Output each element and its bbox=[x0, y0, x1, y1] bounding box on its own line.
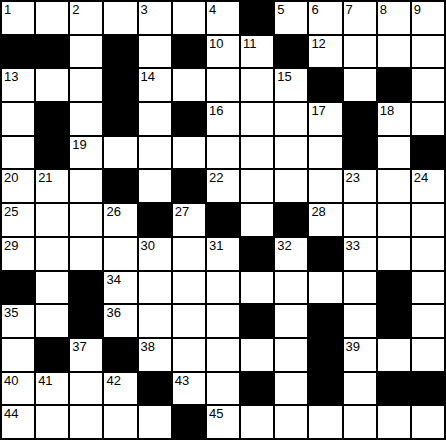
letter-cell[interactable]: 33 bbox=[344, 238, 376, 270]
letter-cell[interactable] bbox=[70, 204, 102, 236]
blocked-cell bbox=[2, 272, 34, 304]
letter-cell[interactable] bbox=[309, 170, 341, 202]
blocked-cell bbox=[207, 204, 239, 236]
letter-cell[interactable] bbox=[2, 339, 34, 371]
letter-cell[interactable] bbox=[139, 103, 171, 135]
clue-number: 18 bbox=[380, 104, 394, 117]
letter-cell[interactable] bbox=[36, 2, 68, 34]
letter-cell[interactable] bbox=[70, 103, 102, 135]
letter-cell[interactable] bbox=[70, 69, 102, 101]
crossword-board: 1234567891011121314151617181920212223242… bbox=[0, 0, 446, 440]
letter-cell[interactable]: 6 bbox=[309, 2, 341, 34]
letter-cell[interactable]: 14 bbox=[139, 69, 171, 101]
letter-cell[interactable] bbox=[241, 204, 273, 236]
letter-cell[interactable] bbox=[139, 272, 171, 304]
clue-number: 16 bbox=[209, 104, 223, 117]
letter-cell[interactable]: 1 bbox=[2, 2, 34, 34]
letter-cell[interactable]: 29 bbox=[2, 238, 34, 270]
letter-cell[interactable] bbox=[412, 204, 444, 236]
letter-cell[interactable] bbox=[412, 238, 444, 270]
letter-cell[interactable] bbox=[241, 339, 273, 371]
letter-cell[interactable] bbox=[241, 69, 273, 101]
clue-number: 5 bbox=[277, 3, 284, 16]
blocked-cell bbox=[309, 339, 341, 371]
clue-number: 29 bbox=[4, 239, 18, 252]
clue-number: 28 bbox=[311, 205, 325, 218]
blocked-cell bbox=[139, 204, 171, 236]
letter-cell[interactable] bbox=[70, 36, 102, 68]
letter-cell[interactable] bbox=[378, 339, 410, 371]
blocked-cell bbox=[378, 272, 410, 304]
blocked-cell bbox=[70, 272, 102, 304]
letter-cell[interactable] bbox=[344, 305, 376, 337]
letter-cell[interactable]: 9 bbox=[412, 2, 444, 34]
blocked-cell bbox=[36, 103, 68, 135]
clue-number: 33 bbox=[346, 239, 360, 252]
letter-cell[interactable]: 27 bbox=[173, 204, 205, 236]
letter-cell[interactable] bbox=[173, 2, 205, 34]
clue-number: 34 bbox=[106, 273, 120, 286]
letter-cell[interactable] bbox=[70, 373, 102, 405]
clue-number: 23 bbox=[346, 171, 360, 184]
blocked-cell bbox=[344, 137, 376, 169]
letter-cell[interactable] bbox=[378, 137, 410, 169]
letter-cell[interactable] bbox=[139, 406, 171, 438]
letter-cell[interactable] bbox=[412, 69, 444, 101]
letter-cell[interactable]: 7 bbox=[344, 2, 376, 34]
blocked-cell bbox=[36, 137, 68, 169]
blocked-cell bbox=[241, 2, 273, 34]
letter-cell[interactable] bbox=[344, 272, 376, 304]
letter-cell[interactable]: 10 bbox=[207, 36, 239, 68]
blocked-cell bbox=[104, 170, 136, 202]
blocked-cell bbox=[309, 69, 341, 101]
letter-cell[interactable] bbox=[70, 170, 102, 202]
clue-number: 39 bbox=[346, 340, 360, 353]
clue-number: 9 bbox=[414, 3, 421, 16]
letter-cell[interactable] bbox=[173, 305, 205, 337]
letter-cell[interactable]: 42 bbox=[104, 373, 136, 405]
blocked-cell bbox=[309, 373, 341, 405]
blocked-cell bbox=[275, 36, 307, 68]
blocked-cell bbox=[378, 373, 410, 405]
letter-cell[interactable] bbox=[36, 406, 68, 438]
letter-cell[interactable] bbox=[70, 238, 102, 270]
clue-number: 21 bbox=[38, 171, 52, 184]
clue-number: 44 bbox=[4, 407, 18, 420]
letter-cell[interactable] bbox=[139, 170, 171, 202]
letter-cell[interactable]: 26 bbox=[104, 204, 136, 236]
letter-cell[interactable] bbox=[378, 170, 410, 202]
letter-cell[interactable] bbox=[344, 406, 376, 438]
clue-number: 1 bbox=[4, 3, 11, 16]
clue-number: 13 bbox=[4, 70, 18, 83]
letter-cell[interactable]: 30 bbox=[139, 238, 171, 270]
letter-cell[interactable] bbox=[173, 339, 205, 371]
blocked-cell bbox=[173, 406, 205, 438]
letter-cell[interactable]: 38 bbox=[139, 339, 171, 371]
blocked-cell bbox=[378, 69, 410, 101]
clue-number: 42 bbox=[106, 374, 120, 387]
letter-cell[interactable] bbox=[207, 339, 239, 371]
letter-cell[interactable] bbox=[275, 305, 307, 337]
letter-cell[interactable] bbox=[36, 69, 68, 101]
letter-cell[interactable] bbox=[139, 305, 171, 337]
letter-cell[interactable] bbox=[36, 204, 68, 236]
blocked-cell bbox=[173, 36, 205, 68]
clue-number: 12 bbox=[311, 37, 325, 50]
clue-number: 10 bbox=[209, 37, 223, 50]
blocked-cell bbox=[241, 238, 273, 270]
letter-cell[interactable] bbox=[344, 373, 376, 405]
letter-cell[interactable] bbox=[378, 238, 410, 270]
letter-cell[interactable]: 21 bbox=[36, 170, 68, 202]
letter-cell[interactable]: 35 bbox=[2, 305, 34, 337]
letter-cell[interactable] bbox=[241, 170, 273, 202]
letter-cell[interactable]: 41 bbox=[36, 373, 68, 405]
letter-cell[interactable]: 23 bbox=[344, 170, 376, 202]
blocked-cell bbox=[70, 305, 102, 337]
letter-cell[interactable] bbox=[275, 170, 307, 202]
blocked-cell bbox=[309, 238, 341, 270]
letter-cell[interactable] bbox=[275, 103, 307, 135]
letter-cell[interactable] bbox=[104, 137, 136, 169]
letter-cell[interactable] bbox=[412, 406, 444, 438]
letter-cell[interactable]: 28 bbox=[309, 204, 341, 236]
letter-cell[interactable] bbox=[412, 339, 444, 371]
letter-cell[interactable]: 32 bbox=[275, 238, 307, 270]
clue-number: 30 bbox=[141, 239, 155, 252]
blocked-cell bbox=[104, 339, 136, 371]
clue-number: 37 bbox=[72, 340, 86, 353]
letter-cell[interactable] bbox=[309, 137, 341, 169]
letter-cell[interactable]: 25 bbox=[2, 204, 34, 236]
clue-number: 8 bbox=[380, 3, 387, 16]
clue-number: 3 bbox=[141, 3, 148, 16]
letter-cell[interactable] bbox=[344, 204, 376, 236]
clue-number: 17 bbox=[311, 104, 325, 117]
letter-cell[interactable] bbox=[36, 238, 68, 270]
letter-cell[interactable]: 20 bbox=[2, 170, 34, 202]
clue-number: 14 bbox=[141, 70, 155, 83]
blocked-cell bbox=[412, 137, 444, 169]
letter-cell[interactable] bbox=[173, 272, 205, 304]
letter-cell[interactable] bbox=[70, 406, 102, 438]
letter-cell[interactable] bbox=[344, 69, 376, 101]
letter-cell[interactable] bbox=[173, 69, 205, 101]
letter-cell[interactable]: 3 bbox=[139, 2, 171, 34]
clue-number: 27 bbox=[175, 205, 189, 218]
blocked-cell bbox=[173, 170, 205, 202]
letter-cell[interactable] bbox=[241, 272, 273, 304]
blocked-cell bbox=[412, 373, 444, 405]
letter-cell[interactable] bbox=[275, 272, 307, 304]
clue-number: 40 bbox=[4, 374, 18, 387]
letter-cell[interactable]: 5 bbox=[275, 2, 307, 34]
letter-cell[interactable] bbox=[412, 305, 444, 337]
letter-cell[interactable]: 4 bbox=[207, 2, 239, 34]
letter-cell[interactable] bbox=[207, 373, 239, 405]
blocked-cell bbox=[139, 373, 171, 405]
blocked-cell bbox=[36, 36, 68, 68]
letter-cell[interactable] bbox=[309, 406, 341, 438]
letter-cell[interactable]: 13 bbox=[2, 69, 34, 101]
clue-number: 31 bbox=[209, 239, 223, 252]
letter-cell[interactable]: 34 bbox=[104, 272, 136, 304]
letter-cell[interactable] bbox=[104, 2, 136, 34]
blocked-cell bbox=[344, 103, 376, 135]
letter-cell[interactable] bbox=[36, 272, 68, 304]
blocked-cell bbox=[241, 373, 273, 405]
blocked-cell bbox=[241, 305, 273, 337]
letter-cell[interactable] bbox=[275, 339, 307, 371]
letter-cell[interactable] bbox=[104, 406, 136, 438]
clue-number: 25 bbox=[4, 205, 18, 218]
letter-cell[interactable] bbox=[275, 406, 307, 438]
letter-cell[interactable] bbox=[378, 406, 410, 438]
blocked-cell bbox=[173, 103, 205, 135]
letter-cell[interactable]: 16 bbox=[207, 103, 239, 135]
letter-cell[interactable] bbox=[173, 137, 205, 169]
letter-cell[interactable] bbox=[275, 373, 307, 405]
letter-cell[interactable] bbox=[378, 204, 410, 236]
letter-cell[interactable] bbox=[378, 36, 410, 68]
letter-cell[interactable]: 18 bbox=[378, 103, 410, 135]
letter-cell[interactable] bbox=[309, 272, 341, 304]
letter-cell[interactable]: 8 bbox=[378, 2, 410, 34]
letter-cell[interactable] bbox=[207, 305, 239, 337]
blocked-cell bbox=[309, 305, 341, 337]
blocked-cell bbox=[104, 36, 136, 68]
letter-cell[interactable]: 19 bbox=[70, 137, 102, 169]
clue-number: 35 bbox=[4, 306, 18, 319]
letter-cell[interactable] bbox=[241, 103, 273, 135]
clue-number: 36 bbox=[106, 306, 120, 319]
clue-number: 45 bbox=[209, 407, 223, 420]
letter-cell[interactable] bbox=[241, 137, 273, 169]
letter-cell[interactable]: 31 bbox=[207, 238, 239, 270]
clue-number: 6 bbox=[311, 3, 318, 16]
letter-cell[interactable] bbox=[173, 238, 205, 270]
clue-number: 24 bbox=[414, 171, 428, 184]
clue-number: 11 bbox=[243, 37, 257, 50]
letter-cell[interactable]: 11 bbox=[241, 36, 273, 68]
clue-number: 19 bbox=[72, 138, 86, 151]
letter-cell[interactable] bbox=[344, 36, 376, 68]
letter-cell[interactable]: 43 bbox=[173, 373, 205, 405]
letter-cell[interactable] bbox=[207, 272, 239, 304]
letter-cell[interactable]: 24 bbox=[412, 170, 444, 202]
blocked-cell bbox=[36, 339, 68, 371]
letter-cell[interactable] bbox=[412, 36, 444, 68]
letter-cell[interactable]: 22 bbox=[207, 170, 239, 202]
letter-cell[interactable] bbox=[2, 137, 34, 169]
letter-cell[interactable]: 36 bbox=[104, 305, 136, 337]
blocked-cell bbox=[2, 36, 34, 68]
clue-number: 2 bbox=[72, 3, 79, 16]
letter-cell[interactable] bbox=[207, 137, 239, 169]
letter-cell[interactable]: 44 bbox=[2, 406, 34, 438]
clue-number: 38 bbox=[141, 340, 155, 353]
clue-number: 20 bbox=[4, 171, 18, 184]
clue-number: 43 bbox=[175, 374, 189, 387]
letter-cell[interactable] bbox=[36, 305, 68, 337]
clue-number: 22 bbox=[209, 171, 223, 184]
clue-number: 41 bbox=[38, 374, 52, 387]
letter-cell[interactable] bbox=[412, 103, 444, 135]
clue-number: 32 bbox=[277, 239, 291, 252]
letter-cell[interactable] bbox=[2, 103, 34, 135]
letter-cell[interactable]: 15 bbox=[275, 69, 307, 101]
letter-cell[interactable] bbox=[412, 272, 444, 304]
blocked-cell bbox=[275, 204, 307, 236]
letter-cell[interactable]: 39 bbox=[344, 339, 376, 371]
clue-number: 26 bbox=[106, 205, 120, 218]
blocked-cell bbox=[104, 69, 136, 101]
letter-cell[interactable]: 40 bbox=[2, 373, 34, 405]
letter-cell[interactable]: 37 bbox=[70, 339, 102, 371]
letter-cell[interactable]: 45 bbox=[207, 406, 239, 438]
blocked-cell bbox=[104, 103, 136, 135]
letter-cell[interactable]: 17 bbox=[309, 103, 341, 135]
letter-cell[interactable]: 2 bbox=[70, 2, 102, 34]
letter-cell[interactable] bbox=[104, 238, 136, 270]
letter-cell[interactable] bbox=[139, 36, 171, 68]
letter-cell[interactable] bbox=[139, 137, 171, 169]
blocked-cell bbox=[378, 305, 410, 337]
letter-cell[interactable] bbox=[207, 69, 239, 101]
letter-cell[interactable]: 12 bbox=[309, 36, 341, 68]
clue-number: 15 bbox=[277, 70, 291, 83]
letter-cell[interactable] bbox=[241, 406, 273, 438]
letter-cell[interactable] bbox=[275, 137, 307, 169]
clue-number: 4 bbox=[209, 3, 216, 16]
clue-number: 7 bbox=[346, 3, 353, 16]
